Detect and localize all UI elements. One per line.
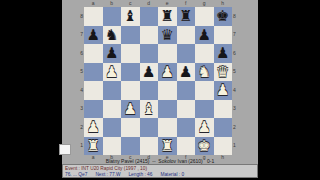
rank-label: 3 — [233, 106, 241, 111]
square-f1[interactable] — [177, 137, 196, 156]
square-g8[interactable] — [195, 7, 214, 26]
square-c6[interactable] — [121, 44, 140, 63]
rank-label: 1 — [233, 143, 241, 148]
square-c1[interactable] — [121, 137, 140, 156]
rank-labels-left: 87654321 — [75, 7, 83, 155]
square-e1[interactable]: ♜ — [158, 137, 177, 156]
white-pawn-piece[interactable]: ♟ — [198, 118, 211, 137]
square-g1[interactable]: ♚ — [195, 137, 214, 156]
square-b8[interactable] — [103, 7, 122, 26]
square-g5[interactable]: ♞ — [195, 63, 214, 82]
square-g4[interactable] — [195, 81, 214, 100]
white-rook-piece[interactable]: ♜ — [87, 137, 100, 156]
black-pawn-piece[interactable]: ♟ — [198, 26, 211, 45]
square-c7[interactable] — [121, 26, 140, 45]
moves-status-line: 76. ... Qe7 Next : 77.W Length : 46 Mate… — [65, 172, 184, 177]
square-d1[interactable] — [140, 137, 159, 156]
black-pawn-piece[interactable]: ♟ — [105, 44, 118, 63]
square-g7[interactable]: ♟ — [195, 26, 214, 45]
rank-labels-right: 87654321 — [233, 7, 241, 155]
white-pawn-piece[interactable]: ♟ — [161, 63, 174, 82]
square-e8[interactable]: ♜ — [158, 7, 177, 26]
white-knight-piece[interactable]: ♞ — [198, 63, 211, 82]
black-knight-piece[interactable]: ♞ — [105, 26, 118, 45]
white-bishop-piece[interactable]: ♝ — [142, 100, 155, 119]
rank-label: 5 — [233, 69, 241, 74]
square-g6[interactable] — [195, 44, 214, 63]
square-a6[interactable] — [84, 44, 103, 63]
white-pawn-piece[interactable]: ♟ — [124, 100, 137, 119]
app-window: abcdefgh abcdefgh 87654321 87654321 ♝♜♜♚… — [0, 0, 320, 180]
black-bishop-piece[interactable]: ♝ — [124, 7, 137, 26]
square-e5[interactable]: ♟ — [158, 63, 177, 82]
black-king-piece[interactable]: ♚ — [216, 7, 229, 26]
square-a2[interactable]: ♟ — [84, 118, 103, 137]
square-e7[interactable]: ♛ — [158, 26, 177, 45]
square-a1[interactable]: ♜ — [84, 137, 103, 156]
square-h6[interactable]: ♟ — [214, 44, 233, 63]
square-e4[interactable] — [158, 81, 177, 100]
rank-label: 6 — [75, 51, 83, 56]
square-f8[interactable]: ♜ — [177, 7, 196, 26]
square-b1[interactable] — [103, 137, 122, 156]
black-pawn-piece[interactable]: ♟ — [87, 26, 100, 45]
black-queen-piece[interactable]: ♛ — [161, 26, 174, 45]
white-rook-piece[interactable]: ♜ — [161, 137, 174, 156]
white-pawn-piece[interactable]: ♟ — [216, 81, 229, 100]
board-panel: abcdefgh abcdefgh 87654321 87654321 ♝♜♜♚… — [62, 0, 258, 177]
square-c2[interactable] — [121, 118, 140, 137]
square-d3[interactable]: ♝ — [140, 100, 159, 119]
square-c8[interactable]: ♝ — [121, 7, 140, 26]
square-h7[interactable] — [214, 26, 233, 45]
square-c4[interactable] — [121, 81, 140, 100]
square-b2[interactable] — [103, 118, 122, 137]
rank-label: 8 — [75, 14, 83, 19]
white-king-piece[interactable]: ♚ — [198, 137, 211, 156]
rank-label: 2 — [233, 125, 241, 130]
square-d4[interactable] — [140, 81, 159, 100]
black-rook-piece[interactable]: ♜ — [161, 7, 174, 26]
square-h4[interactable]: ♟ — [214, 81, 233, 100]
rank-label: 7 — [233, 32, 241, 37]
white-queen-piece[interactable]: ♛ — [216, 63, 229, 82]
black-pawn-piece[interactable]: ♟ — [142, 63, 155, 82]
rank-label: 4 — [233, 88, 241, 93]
square-a8[interactable] — [84, 7, 103, 26]
rank-label: 7 — [75, 32, 83, 37]
square-f3[interactable] — [177, 100, 196, 119]
square-b6[interactable]: ♟ — [103, 44, 122, 63]
square-g3[interactable] — [195, 100, 214, 119]
square-b7[interactable]: ♞ — [103, 26, 122, 45]
square-d8[interactable] — [140, 7, 159, 26]
rank-label: 6 — [233, 51, 241, 56]
event-line: Event : INT U20 Rapid City (1997 , 10) — [65, 166, 147, 171]
white-pawn-piece[interactable]: ♟ — [87, 118, 100, 137]
rank-label: 4 — [75, 88, 83, 93]
window-edge-artifact — [59, 144, 71, 155]
black-rook-piece[interactable]: ♜ — [179, 7, 192, 26]
black-pawn-piece[interactable]: ♟ — [216, 44, 229, 63]
players-result-line: Blatny Pavel (2415) -- Sokolov Ivan (261… — [62, 158, 258, 164]
square-f4[interactable] — [177, 81, 196, 100]
square-c3[interactable]: ♟ — [121, 100, 140, 119]
square-d5[interactable]: ♟ — [140, 63, 159, 82]
game-info-box: Event : INT U20 Rapid City (1997 , 10) 7… — [62, 164, 258, 178]
rank-label: 8 — [233, 14, 241, 19]
square-g2[interactable]: ♟ — [195, 118, 214, 137]
square-e2[interactable] — [158, 118, 177, 137]
square-b4[interactable] — [103, 81, 122, 100]
rank-label: 3 — [75, 106, 83, 111]
square-f5[interactable]: ♟ — [177, 63, 196, 82]
square-h5[interactable]: ♛ — [214, 63, 233, 82]
square-a7[interactable]: ♟ — [84, 26, 103, 45]
black-pawn-piece[interactable]: ♟ — [179, 63, 192, 82]
square-c5[interactable] — [121, 63, 140, 82]
square-h2[interactable] — [214, 118, 233, 137]
square-d7[interactable] — [140, 26, 159, 45]
square-b5[interactable]: ♟ — [103, 63, 122, 82]
square-f6[interactable] — [177, 44, 196, 63]
square-h3[interactable] — [214, 100, 233, 119]
square-h8[interactable]: ♚ — [214, 7, 233, 26]
rank-label: 5 — [75, 69, 83, 74]
square-a5[interactable] — [84, 63, 103, 82]
square-b3[interactable] — [103, 100, 122, 119]
rank-label: 1 — [75, 143, 83, 148]
square-e6[interactable] — [158, 44, 177, 63]
square-d2[interactable] — [140, 118, 159, 137]
white-pawn-piece[interactable]: ♟ — [105, 63, 118, 82]
square-f2[interactable] — [177, 118, 196, 137]
square-a4[interactable] — [84, 81, 103, 100]
rank-label: 2 — [75, 125, 83, 130]
square-d6[interactable] — [140, 44, 159, 63]
chess-board[interactable]: ♝♜♜♚♟♞♛♟♟♟♟♟♟♟♞♛♟♟♝♟♟♜♜♚ — [84, 7, 232, 155]
square-e3[interactable] — [158, 100, 177, 119]
square-a3[interactable] — [84, 100, 103, 119]
square-h1[interactable] — [214, 137, 233, 156]
square-f7[interactable] — [177, 26, 196, 45]
